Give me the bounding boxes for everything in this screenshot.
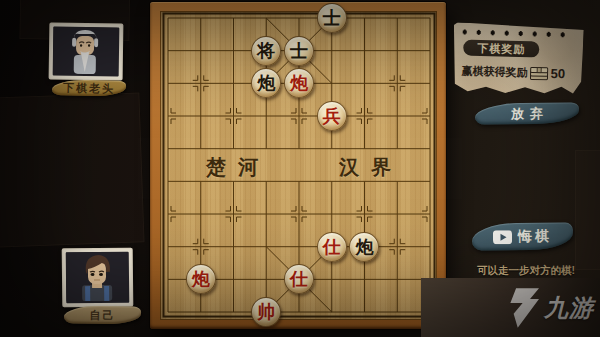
background-wall-frame (575, 150, 600, 270)
opponent-avatar (49, 22, 124, 80)
xiangqi-piece-red[interactable]: 仕 (284, 264, 314, 294)
reward-note: 下棋奖励 赢棋获得奖励 50 (452, 22, 584, 96)
undo-move-button[interactable]: 悔棋 (472, 222, 573, 250)
xiangqi-piece-red[interactable]: 帅 (251, 297, 281, 327)
xiangqi-piece-black[interactable]: 士 (317, 3, 347, 33)
xiangqi-board: 楚河 汉界 士将士炮炮兵仕炮炮仕帅 (150, 2, 446, 329)
xiangqi-piece-red[interactable]: 炮 (186, 264, 216, 294)
video-play-icon (493, 230, 512, 244)
hint-text: 可以走一步对方的棋! (467, 264, 585, 278)
reward-text: 赢棋获得奖励 (461, 63, 527, 80)
old-man-portrait-icon (53, 27, 118, 75)
xiangqi-piece-red[interactable]: 炮 (284, 68, 314, 98)
xiangqi-piece-red[interactable]: 仕 (317, 232, 347, 262)
xiangqi-piece-black[interactable]: 炮 (349, 232, 379, 262)
young-man-portrait-icon (66, 252, 128, 302)
xiangqi-piece-black[interactable]: 士 (284, 36, 314, 66)
self-avatar (62, 248, 134, 308)
forfeit-button[interactable]: 放弃 (475, 102, 579, 124)
pieces-grid: 士将士炮炮兵仕炮炮仕帅 (152, 2, 447, 329)
xiangqi-piece-black[interactable]: 炮 (251, 68, 281, 98)
background-wall-frame (0, 92, 145, 247)
reward-note-line: 赢棋获得奖励 50 (461, 62, 576, 81)
banknotes-icon (529, 65, 548, 81)
xiangqi-piece-black[interactable]: 将 (251, 36, 281, 66)
undo-button-label: 悔棋 (518, 227, 552, 245)
self-name-plate: 自己 (64, 305, 141, 324)
reward-note-title: 下棋奖励 (463, 39, 539, 57)
reward-amount: 50 (550, 65, 565, 80)
watermark-text: 九游 (544, 292, 594, 324)
note-holes (462, 28, 574, 38)
xiangqi-piece-red[interactable]: 兵 (317, 101, 347, 131)
xiangqi-game-screen: 楚河 汉界 士将士炮炮兵仕炮炮仕帅 (0, 0, 600, 337)
watermark-band: 九游 (421, 278, 600, 337)
jiuyou-9-logo-icon (503, 286, 539, 330)
